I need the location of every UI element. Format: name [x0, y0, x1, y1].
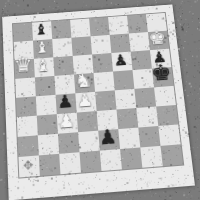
square-b2[interactable]	[38, 134, 59, 156]
square-a5[interactable]	[15, 77, 36, 97]
square-a2[interactable]	[18, 135, 39, 157]
square-h1[interactable]	[160, 144, 183, 166]
square-g3[interactable]	[136, 106, 158, 127]
square-b5[interactable]	[35, 76, 56, 96]
square-d7[interactable]	[71, 36, 92, 56]
square-h3[interactable]	[156, 105, 178, 126]
square-h4[interactable]	[154, 86, 176, 107]
square-e8[interactable]	[89, 17, 110, 36]
square-g4[interactable]	[134, 87, 156, 108]
square-c1[interactable]	[59, 152, 81, 174]
square-d8[interactable]	[70, 18, 90, 37]
square-b3[interactable]	[37, 114, 58, 135]
square-h2[interactable]	[158, 124, 180, 145]
square-a4[interactable]	[16, 96, 37, 117]
white-pawn-d4[interactable]: ♟	[74, 87, 95, 110]
square-c6[interactable]	[53, 56, 74, 76]
square-e4[interactable]	[95, 90, 116, 111]
square-f3[interactable]	[116, 108, 138, 129]
square-e7[interactable]	[91, 35, 112, 55]
black-king-h5[interactable]: ♚	[150, 63, 172, 85]
square-e5[interactable]	[94, 72, 115, 92]
chessboard-photo: ✥♝♝♚♛♝♟♟♞♚♟♟♟♟	[0, 0, 200, 200]
white-bishop-b6[interactable]: ♝	[33, 53, 54, 75]
square-g1[interactable]	[140, 146, 162, 168]
square-a8[interactable]	[13, 23, 33, 42]
square-a1[interactable]	[18, 155, 39, 177]
square-c8[interactable]	[51, 20, 71, 39]
square-a3[interactable]	[17, 116, 38, 137]
square-f5[interactable]	[113, 70, 134, 90]
board-sheet: ✥♝♝♚♛♝♟♟♞♚♟♟♟♟	[2, 4, 195, 200]
square-c7[interactable]	[52, 38, 72, 58]
square-g2[interactable]	[138, 126, 160, 147]
black-pawn-e2[interactable]: ♟	[97, 124, 119, 147]
square-f8[interactable]	[108, 16, 129, 35]
square-b4[interactable]	[36, 95, 57, 116]
square-c2[interactable]	[58, 132, 80, 154]
square-f4[interactable]	[115, 89, 137, 110]
square-d3[interactable]	[77, 111, 98, 132]
white-queen-a6[interactable]: ♛	[13, 54, 33, 76]
white-pawn-c3[interactable]: ♟	[55, 108, 76, 131]
square-g8[interactable]	[127, 14, 148, 33]
square-b1[interactable]	[39, 154, 61, 176]
square-e1[interactable]	[100, 149, 122, 171]
square-d1[interactable]	[80, 151, 102, 173]
square-f2[interactable]	[118, 128, 140, 150]
square-f1[interactable]	[120, 147, 142, 169]
black-pawn-f6[interactable]: ♟	[110, 47, 131, 69]
